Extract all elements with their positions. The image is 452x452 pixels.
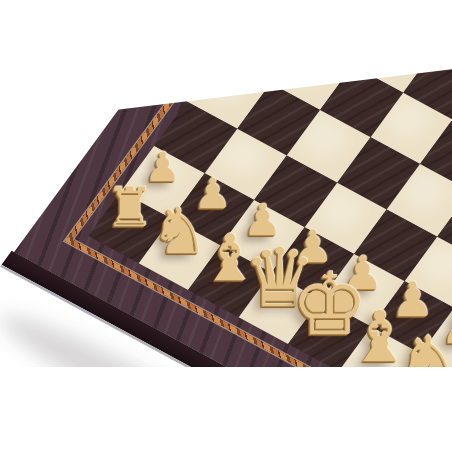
chessboard-photo-scene: ♜♞♝♛♚♝♞♜♟♟♟♟♟♟♟♟♟♟♟♟♟♟♟♟♜♞♝♛♚♝♞♜ <box>0 0 452 452</box>
photo-crop-bottom <box>0 367 452 452</box>
